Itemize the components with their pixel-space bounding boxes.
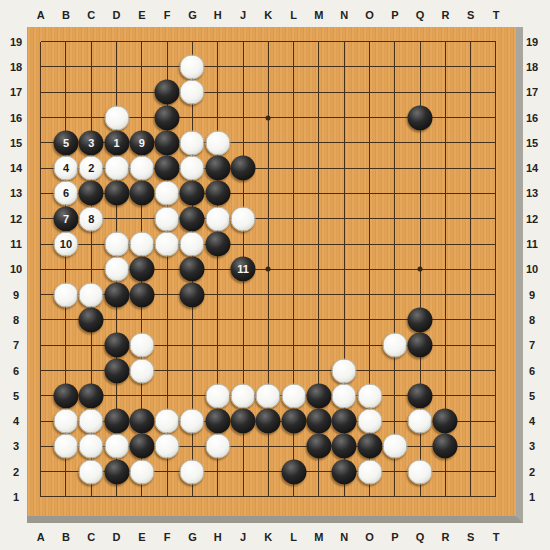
intersection-H7[interactable] — [205, 333, 230, 358]
intersection-G17[interactable] — [180, 80, 205, 105]
intersection-R3[interactable] — [433, 434, 458, 459]
intersection-A14[interactable] — [28, 155, 53, 180]
intersection-T12[interactable] — [483, 206, 508, 231]
intersection-T10[interactable] — [483, 257, 508, 282]
intersection-K4[interactable] — [256, 408, 281, 433]
intersection-P3[interactable] — [382, 434, 407, 459]
intersection-H8[interactable] — [205, 307, 230, 332]
intersection-L17[interactable] — [281, 80, 306, 105]
intersection-M1[interactable] — [306, 484, 331, 509]
intersection-Q3[interactable] — [407, 434, 432, 459]
intersection-M12[interactable] — [306, 206, 331, 231]
intersection-A1[interactable] — [28, 484, 53, 509]
intersection-T5[interactable] — [483, 383, 508, 408]
intersection-C7[interactable] — [79, 333, 104, 358]
intersection-Q5[interactable] — [407, 383, 432, 408]
intersection-H17[interactable] — [205, 80, 230, 105]
intersection-R10[interactable] — [433, 257, 458, 282]
intersection-G19[interactable] — [180, 29, 205, 54]
intersection-P6[interactable] — [382, 358, 407, 383]
intersection-R7[interactable] — [433, 333, 458, 358]
intersection-R6[interactable] — [433, 358, 458, 383]
intersection-A7[interactable] — [28, 333, 53, 358]
intersection-T1[interactable] — [483, 484, 508, 509]
intersection-Q15[interactable] — [407, 130, 432, 155]
intersection-T13[interactable] — [483, 181, 508, 206]
intersection-F7[interactable] — [154, 333, 179, 358]
intersection-J5[interactable] — [230, 383, 255, 408]
intersection-S14[interactable] — [458, 155, 483, 180]
intersection-J18[interactable] — [230, 54, 255, 79]
intersection-R13[interactable] — [433, 181, 458, 206]
intersection-N3[interactable] — [332, 434, 357, 459]
intersection-D13[interactable] — [104, 181, 129, 206]
intersection-E15[interactable]: 9 — [129, 130, 154, 155]
intersection-N19[interactable] — [332, 29, 357, 54]
intersection-L3[interactable] — [281, 434, 306, 459]
intersection-R17[interactable] — [433, 80, 458, 105]
intersection-C15[interactable]: 3 — [79, 130, 104, 155]
intersection-E18[interactable] — [129, 54, 154, 79]
intersection-G8[interactable] — [180, 307, 205, 332]
intersection-D5[interactable] — [104, 383, 129, 408]
intersection-C3[interactable] — [79, 434, 104, 459]
intersection-A17[interactable] — [28, 80, 53, 105]
intersection-N9[interactable] — [332, 282, 357, 307]
intersection-C19[interactable] — [79, 29, 104, 54]
intersection-M5[interactable] — [306, 383, 331, 408]
intersection-C12[interactable]: 8 — [79, 206, 104, 231]
intersection-E7[interactable] — [129, 333, 154, 358]
intersection-T2[interactable] — [483, 459, 508, 484]
intersection-Q6[interactable] — [407, 358, 432, 383]
intersection-G10[interactable] — [180, 257, 205, 282]
intersection-D3[interactable] — [104, 434, 129, 459]
intersection-L4[interactable] — [281, 408, 306, 433]
intersection-P13[interactable] — [382, 181, 407, 206]
intersection-C14[interactable]: 2 — [79, 155, 104, 180]
intersection-F1[interactable] — [154, 484, 179, 509]
intersection-D11[interactable] — [104, 231, 129, 256]
intersection-A16[interactable] — [28, 105, 53, 130]
intersection-T19[interactable] — [483, 29, 508, 54]
intersection-F12[interactable] — [154, 206, 179, 231]
intersection-A8[interactable] — [28, 307, 53, 332]
intersection-J3[interactable] — [230, 434, 255, 459]
intersection-Q2[interactable] — [407, 459, 432, 484]
intersection-Q10[interactable] — [407, 257, 432, 282]
intersection-T11[interactable] — [483, 231, 508, 256]
intersection-L9[interactable] — [281, 282, 306, 307]
intersection-F19[interactable] — [154, 29, 179, 54]
intersection-K3[interactable] — [256, 434, 281, 459]
intersection-R14[interactable] — [433, 155, 458, 180]
intersection-P10[interactable] — [382, 257, 407, 282]
intersection-M19[interactable] — [306, 29, 331, 54]
intersection-G3[interactable] — [180, 434, 205, 459]
go-board[interactable]: 5319426781011 — [27, 27, 523, 523]
intersection-P15[interactable] — [382, 130, 407, 155]
intersection-O7[interactable] — [357, 333, 382, 358]
intersection-F10[interactable] — [154, 257, 179, 282]
intersection-H15[interactable] — [205, 130, 230, 155]
intersection-H3[interactable] — [205, 434, 230, 459]
intersection-Q1[interactable] — [407, 484, 432, 509]
intersection-G18[interactable] — [180, 54, 205, 79]
intersection-S5[interactable] — [458, 383, 483, 408]
intersection-N10[interactable] — [332, 257, 357, 282]
intersection-F17[interactable] — [154, 80, 179, 105]
intersection-D19[interactable] — [104, 29, 129, 54]
intersection-L13[interactable] — [281, 181, 306, 206]
intersection-G15[interactable] — [180, 130, 205, 155]
intersection-M18[interactable] — [306, 54, 331, 79]
intersection-C2[interactable] — [79, 459, 104, 484]
intersection-A11[interactable] — [28, 231, 53, 256]
intersection-L2[interactable] — [281, 459, 306, 484]
intersection-M3[interactable] — [306, 434, 331, 459]
intersection-G6[interactable] — [180, 358, 205, 383]
intersection-R11[interactable] — [433, 231, 458, 256]
intersection-L6[interactable] — [281, 358, 306, 383]
intersection-E2[interactable] — [129, 459, 154, 484]
intersection-C1[interactable] — [79, 484, 104, 509]
intersection-K2[interactable] — [256, 459, 281, 484]
intersection-C18[interactable] — [79, 54, 104, 79]
intersection-D2[interactable] — [104, 459, 129, 484]
intersection-F18[interactable] — [154, 54, 179, 79]
intersection-O1[interactable] — [357, 484, 382, 509]
intersection-S12[interactable] — [458, 206, 483, 231]
intersection-C5[interactable] — [79, 383, 104, 408]
intersection-S17[interactable] — [458, 80, 483, 105]
intersection-Q9[interactable] — [407, 282, 432, 307]
intersection-E11[interactable] — [129, 231, 154, 256]
intersection-Q12[interactable] — [407, 206, 432, 231]
intersection-G1[interactable] — [180, 484, 205, 509]
intersection-G14[interactable] — [180, 155, 205, 180]
intersection-N16[interactable] — [332, 105, 357, 130]
intersection-R2[interactable] — [433, 459, 458, 484]
intersection-N17[interactable] — [332, 80, 357, 105]
intersection-A15[interactable] — [28, 130, 53, 155]
intersection-A13[interactable] — [28, 181, 53, 206]
intersection-J6[interactable] — [230, 358, 255, 383]
intersection-D1[interactable] — [104, 484, 129, 509]
intersection-J1[interactable] — [230, 484, 255, 509]
intersection-R1[interactable] — [433, 484, 458, 509]
intersection-J19[interactable] — [230, 29, 255, 54]
intersection-D6[interactable] — [104, 358, 129, 383]
intersection-G7[interactable] — [180, 333, 205, 358]
intersection-K10[interactable] — [256, 257, 281, 282]
intersection-K9[interactable] — [256, 282, 281, 307]
intersection-A5[interactable] — [28, 383, 53, 408]
intersection-K1[interactable] — [256, 484, 281, 509]
intersection-F3[interactable] — [154, 434, 179, 459]
intersection-O19[interactable] — [357, 29, 382, 54]
intersection-D16[interactable] — [104, 105, 129, 130]
intersection-M11[interactable] — [306, 231, 331, 256]
intersection-H1[interactable] — [205, 484, 230, 509]
intersection-O9[interactable] — [357, 282, 382, 307]
intersection-R4[interactable] — [433, 408, 458, 433]
intersection-G13[interactable] — [180, 181, 205, 206]
intersection-G12[interactable] — [180, 206, 205, 231]
intersection-T17[interactable] — [483, 80, 508, 105]
intersection-F4[interactable] — [154, 408, 179, 433]
intersection-B8[interactable] — [53, 307, 78, 332]
intersection-M9[interactable] — [306, 282, 331, 307]
intersection-F15[interactable] — [154, 130, 179, 155]
intersection-O5[interactable] — [357, 383, 382, 408]
intersection-O8[interactable] — [357, 307, 382, 332]
intersection-K19[interactable] — [256, 29, 281, 54]
intersection-Q8[interactable] — [407, 307, 432, 332]
intersection-S6[interactable] — [458, 358, 483, 383]
intersection-Q17[interactable] — [407, 80, 432, 105]
intersection-K14[interactable] — [256, 155, 281, 180]
intersection-M10[interactable] — [306, 257, 331, 282]
intersection-P18[interactable] — [382, 54, 407, 79]
intersection-S4[interactable] — [458, 408, 483, 433]
intersection-J7[interactable] — [230, 333, 255, 358]
intersection-H6[interactable] — [205, 358, 230, 383]
intersection-H11[interactable] — [205, 231, 230, 256]
intersection-O13[interactable] — [357, 181, 382, 206]
intersection-S10[interactable] — [458, 257, 483, 282]
intersection-F2[interactable] — [154, 459, 179, 484]
intersection-Q11[interactable] — [407, 231, 432, 256]
intersection-N4[interactable] — [332, 408, 357, 433]
intersection-L7[interactable] — [281, 333, 306, 358]
intersection-J16[interactable] — [230, 105, 255, 130]
intersection-P12[interactable] — [382, 206, 407, 231]
intersection-S7[interactable] — [458, 333, 483, 358]
intersection-M13[interactable] — [306, 181, 331, 206]
intersection-C10[interactable] — [79, 257, 104, 282]
intersection-B9[interactable] — [53, 282, 78, 307]
intersection-N5[interactable] — [332, 383, 357, 408]
intersection-M17[interactable] — [306, 80, 331, 105]
intersection-E12[interactable] — [129, 206, 154, 231]
intersection-A3[interactable] — [28, 434, 53, 459]
intersection-L10[interactable] — [281, 257, 306, 282]
intersection-N2[interactable] — [332, 459, 357, 484]
intersection-R5[interactable] — [433, 383, 458, 408]
intersection-H2[interactable] — [205, 459, 230, 484]
intersection-E4[interactable] — [129, 408, 154, 433]
intersection-J2[interactable] — [230, 459, 255, 484]
intersection-D17[interactable] — [104, 80, 129, 105]
intersection-P11[interactable] — [382, 231, 407, 256]
intersection-D12[interactable] — [104, 206, 129, 231]
intersection-S19[interactable] — [458, 29, 483, 54]
intersection-D14[interactable] — [104, 155, 129, 180]
intersection-N7[interactable] — [332, 333, 357, 358]
intersection-D8[interactable] — [104, 307, 129, 332]
intersection-A19[interactable] — [28, 29, 53, 54]
intersection-P16[interactable] — [382, 105, 407, 130]
intersection-H13[interactable] — [205, 181, 230, 206]
intersection-J15[interactable] — [230, 130, 255, 155]
intersection-B5[interactable] — [53, 383, 78, 408]
intersection-P19[interactable] — [382, 29, 407, 54]
intersection-B6[interactable] — [53, 358, 78, 383]
intersection-E9[interactable] — [129, 282, 154, 307]
intersection-K7[interactable] — [256, 333, 281, 358]
intersection-H9[interactable] — [205, 282, 230, 307]
intersection-E5[interactable] — [129, 383, 154, 408]
intersection-D9[interactable] — [104, 282, 129, 307]
intersection-G16[interactable] — [180, 105, 205, 130]
intersection-P17[interactable] — [382, 80, 407, 105]
intersection-S9[interactable] — [458, 282, 483, 307]
intersection-B7[interactable] — [53, 333, 78, 358]
intersection-B2[interactable] — [53, 459, 78, 484]
intersection-H14[interactable] — [205, 155, 230, 180]
intersection-O17[interactable] — [357, 80, 382, 105]
intersection-J13[interactable] — [230, 181, 255, 206]
intersection-T18[interactable] — [483, 54, 508, 79]
intersection-J4[interactable] — [230, 408, 255, 433]
intersection-B17[interactable] — [53, 80, 78, 105]
intersection-R8[interactable] — [433, 307, 458, 332]
intersection-N13[interactable] — [332, 181, 357, 206]
intersection-O18[interactable] — [357, 54, 382, 79]
intersection-K8[interactable] — [256, 307, 281, 332]
intersection-O15[interactable] — [357, 130, 382, 155]
intersection-O10[interactable] — [357, 257, 382, 282]
intersection-L18[interactable] — [281, 54, 306, 79]
intersection-A10[interactable] — [28, 257, 53, 282]
intersection-F5[interactable] — [154, 383, 179, 408]
intersection-N8[interactable] — [332, 307, 357, 332]
intersection-M7[interactable] — [306, 333, 331, 358]
intersection-P14[interactable] — [382, 155, 407, 180]
intersection-K18[interactable] — [256, 54, 281, 79]
intersection-Q7[interactable] — [407, 333, 432, 358]
intersection-O16[interactable] — [357, 105, 382, 130]
intersection-Q18[interactable] — [407, 54, 432, 79]
intersection-D7[interactable] — [104, 333, 129, 358]
intersection-E14[interactable] — [129, 155, 154, 180]
intersection-B14[interactable]: 4 — [53, 155, 78, 180]
intersection-K11[interactable] — [256, 231, 281, 256]
intersection-A4[interactable] — [28, 408, 53, 433]
intersection-Q4[interactable] — [407, 408, 432, 433]
intersection-A12[interactable] — [28, 206, 53, 231]
intersection-N12[interactable] — [332, 206, 357, 231]
intersection-G5[interactable] — [180, 383, 205, 408]
intersection-T8[interactable] — [483, 307, 508, 332]
intersection-K12[interactable] — [256, 206, 281, 231]
intersection-M14[interactable] — [306, 155, 331, 180]
intersection-T14[interactable] — [483, 155, 508, 180]
intersection-T6[interactable] — [483, 358, 508, 383]
intersection-J8[interactable] — [230, 307, 255, 332]
intersection-B13[interactable]: 6 — [53, 181, 78, 206]
intersection-E6[interactable] — [129, 358, 154, 383]
intersection-T4[interactable] — [483, 408, 508, 433]
intersection-C16[interactable] — [79, 105, 104, 130]
intersection-R9[interactable] — [433, 282, 458, 307]
intersection-L14[interactable] — [281, 155, 306, 180]
intersection-S18[interactable] — [458, 54, 483, 79]
intersection-L15[interactable] — [281, 130, 306, 155]
intersection-F16[interactable] — [154, 105, 179, 130]
intersection-J17[interactable] — [230, 80, 255, 105]
intersection-K6[interactable] — [256, 358, 281, 383]
intersection-K15[interactable] — [256, 130, 281, 155]
intersection-L19[interactable] — [281, 29, 306, 54]
intersection-R19[interactable] — [433, 29, 458, 54]
intersection-H10[interactable] — [205, 257, 230, 282]
intersection-T15[interactable] — [483, 130, 508, 155]
intersection-N11[interactable] — [332, 231, 357, 256]
intersection-E8[interactable] — [129, 307, 154, 332]
intersection-M6[interactable] — [306, 358, 331, 383]
intersection-O6[interactable] — [357, 358, 382, 383]
intersection-B15[interactable]: 5 — [53, 130, 78, 155]
intersection-C8[interactable] — [79, 307, 104, 332]
intersection-G11[interactable] — [180, 231, 205, 256]
intersection-K13[interactable] — [256, 181, 281, 206]
intersection-C9[interactable] — [79, 282, 104, 307]
intersection-P5[interactable] — [382, 383, 407, 408]
intersection-B1[interactable] — [53, 484, 78, 509]
intersection-F13[interactable] — [154, 181, 179, 206]
intersection-O11[interactable] — [357, 231, 382, 256]
intersection-H5[interactable] — [205, 383, 230, 408]
intersection-E10[interactable] — [129, 257, 154, 282]
intersection-Q13[interactable] — [407, 181, 432, 206]
intersection-R15[interactable] — [433, 130, 458, 155]
intersection-J10[interactable]: 11 — [230, 257, 255, 282]
intersection-K17[interactable] — [256, 80, 281, 105]
intersection-E1[interactable] — [129, 484, 154, 509]
intersection-K16[interactable] — [256, 105, 281, 130]
intersection-R12[interactable] — [433, 206, 458, 231]
intersection-S11[interactable] — [458, 231, 483, 256]
intersection-F11[interactable] — [154, 231, 179, 256]
intersection-E17[interactable] — [129, 80, 154, 105]
intersection-M4[interactable] — [306, 408, 331, 433]
intersection-S8[interactable] — [458, 307, 483, 332]
intersection-B3[interactable] — [53, 434, 78, 459]
intersection-A2[interactable] — [28, 459, 53, 484]
intersection-P1[interactable] — [382, 484, 407, 509]
intersection-Q16[interactable] — [407, 105, 432, 130]
intersection-B10[interactable] — [53, 257, 78, 282]
intersection-E3[interactable] — [129, 434, 154, 459]
intersection-F6[interactable] — [154, 358, 179, 383]
intersection-G2[interactable] — [180, 459, 205, 484]
intersection-L8[interactable] — [281, 307, 306, 332]
intersection-D10[interactable] — [104, 257, 129, 282]
intersection-B12[interactable]: 7 — [53, 206, 78, 231]
intersection-T16[interactable] — [483, 105, 508, 130]
intersection-J12[interactable] — [230, 206, 255, 231]
intersection-R18[interactable] — [433, 54, 458, 79]
intersection-A6[interactable] — [28, 358, 53, 383]
intersection-C11[interactable] — [79, 231, 104, 256]
intersection-M15[interactable] — [306, 130, 331, 155]
intersection-M16[interactable] — [306, 105, 331, 130]
intersection-H16[interactable] — [205, 105, 230, 130]
intersection-S1[interactable] — [458, 484, 483, 509]
intersection-J14[interactable] — [230, 155, 255, 180]
